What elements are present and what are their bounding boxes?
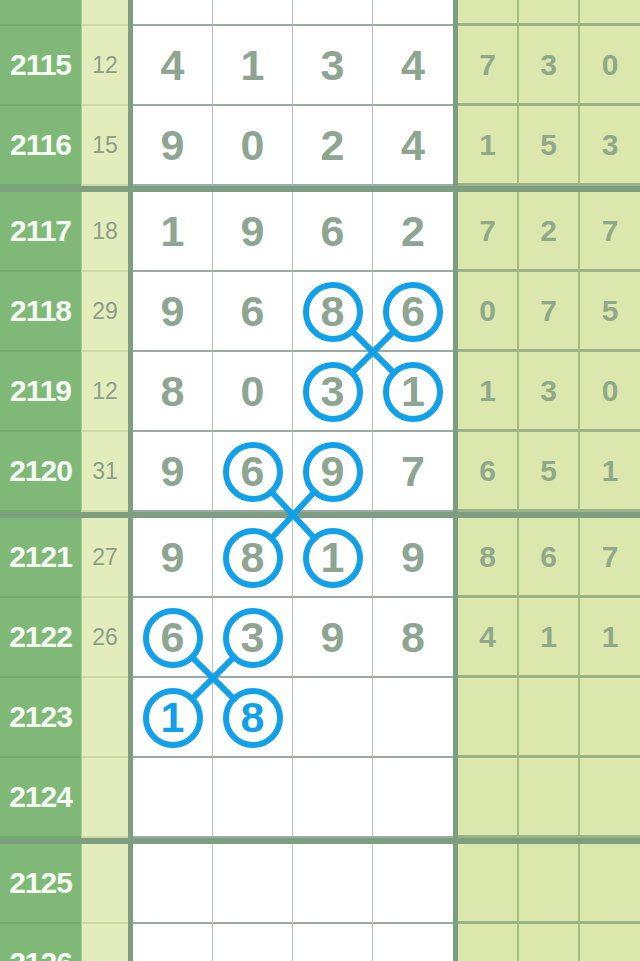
extra-digit-cell	[458, 924, 519, 961]
extra-digit-cell	[458, 0, 519, 26]
digit-cell: 1	[213, 26, 293, 106]
draw-label-cell: 2119	[0, 352, 81, 432]
sum-cell: 26	[81, 598, 128, 678]
group-separator	[0, 186, 640, 192]
digit-cell	[293, 0, 373, 26]
extra-digit-cell	[458, 844, 519, 924]
digit-cell	[213, 758, 293, 838]
extra-digit-cell: 6	[519, 518, 580, 598]
digit-cell	[213, 924, 293, 961]
digit-cell	[133, 844, 213, 924]
sum-cell: 18	[81, 192, 128, 272]
extra-digit-cell	[580, 844, 640, 924]
digit-cell	[293, 758, 373, 838]
extra-digit-cell: 1	[458, 106, 519, 186]
sum-cell: 27	[81, 518, 128, 598]
digit-cell: 2	[293, 106, 373, 186]
sum-cell: 15	[81, 106, 128, 186]
digit-cell	[293, 924, 373, 961]
extra-digit-cell: 7	[519, 272, 580, 352]
draw-label-cell: 2117	[0, 192, 81, 272]
extra-digit-cell: 5	[519, 106, 580, 186]
results-table: 2115124134730211615902415321171819627272…	[0, 0, 640, 961]
digit-cell: 9	[213, 192, 293, 272]
section-divider	[128, 0, 133, 961]
digit-cell: 6	[133, 598, 213, 678]
extra-digit-cell: 7	[580, 518, 640, 598]
digit-cell: 6	[213, 272, 293, 352]
extra-digit-cell: 0	[458, 272, 519, 352]
digit-cell	[373, 924, 453, 961]
sum-cell: 29	[81, 272, 128, 352]
extra-digit-cell	[580, 924, 640, 961]
extra-digit-cell	[519, 678, 580, 758]
digit-cell: 9	[133, 518, 213, 598]
extra-digit-cell	[519, 758, 580, 838]
digit-cell	[133, 0, 213, 26]
digit-cell: 7	[373, 432, 453, 512]
digit-cell: 8	[213, 678, 293, 758]
sum-cell	[81, 844, 128, 924]
group-separator	[0, 838, 640, 844]
digit-cell	[373, 844, 453, 924]
draw-label-cell: 2116	[0, 106, 81, 186]
extra-digit-cell	[458, 758, 519, 838]
digit-cell: 6	[293, 192, 373, 272]
digit-cell	[293, 678, 373, 758]
draw-label-cell: 2126	[0, 924, 81, 961]
digit-cell: 2	[373, 192, 453, 272]
digit-cell	[373, 758, 453, 838]
sum-cell	[81, 678, 128, 758]
sum-cell	[81, 0, 128, 26]
extra-digit-cell: 1	[458, 352, 519, 432]
extra-digit-cell	[519, 0, 580, 26]
extra-digit-cell	[458, 678, 519, 758]
digit-cell: 9	[373, 518, 453, 598]
lottery-results-screen: 2115124134730211615902415321171819627272…	[0, 0, 640, 961]
digit-cell	[133, 758, 213, 838]
digit-cell: 3	[213, 598, 293, 678]
digit-cell: 8	[213, 518, 293, 598]
digit-cell	[373, 0, 453, 26]
digit-cell: 0	[213, 352, 293, 432]
extra-digit-cell: 0	[580, 26, 640, 106]
digit-cell: 9	[293, 432, 373, 512]
sum-cell: 12	[81, 352, 128, 432]
section-divider	[453, 0, 458, 961]
digit-cell: 9	[133, 106, 213, 186]
digit-cell: 1	[373, 352, 453, 432]
extra-digit-cell: 3	[519, 352, 580, 432]
sum-cell	[81, 924, 128, 961]
digit-cell: 1	[293, 518, 373, 598]
extra-digit-cell: 7	[580, 192, 640, 272]
digit-cell	[133, 924, 213, 961]
extra-digit-cell: 1	[519, 598, 580, 678]
extra-digit-cell	[580, 0, 640, 26]
extra-digit-cell: 6	[458, 432, 519, 512]
digit-cell: 0	[213, 106, 293, 186]
digit-cell: 6	[213, 432, 293, 512]
extra-digit-cell	[519, 844, 580, 924]
digit-cell: 8	[133, 352, 213, 432]
extra-digit-cell	[580, 678, 640, 758]
digit-cell: 9	[133, 272, 213, 352]
extra-digit-cell: 7	[458, 26, 519, 106]
digit-cell: 3	[293, 352, 373, 432]
extra-digit-cell	[519, 924, 580, 961]
draw-label-cell: 2115	[0, 26, 81, 106]
digit-cell: 3	[293, 26, 373, 106]
draw-label-cell: 2122	[0, 598, 81, 678]
extra-digit-cell	[580, 758, 640, 838]
draw-label-cell: 2121	[0, 518, 81, 598]
extra-digit-cell: 4	[458, 598, 519, 678]
sum-cell: 12	[81, 26, 128, 106]
digit-cell: 1	[133, 192, 213, 272]
sum-cell: 31	[81, 432, 128, 512]
extra-digit-cell: 0	[580, 352, 640, 432]
digit-cell: 1	[133, 678, 213, 758]
extra-digit-cell: 5	[519, 432, 580, 512]
digit-cell	[213, 844, 293, 924]
digit-cell: 8	[293, 272, 373, 352]
digit-cell: 4	[373, 26, 453, 106]
extra-digit-cell: 7	[458, 192, 519, 272]
draw-label-cell: 2124	[0, 758, 81, 838]
extra-digit-cell: 1	[580, 598, 640, 678]
digit-cell	[293, 844, 373, 924]
digit-cell: 6	[373, 272, 453, 352]
extra-digit-cell: 2	[519, 192, 580, 272]
draw-label-cell: 2118	[0, 272, 81, 352]
digit-cell	[373, 678, 453, 758]
digit-cell: 4	[373, 106, 453, 186]
digit-cell: 9	[133, 432, 213, 512]
extra-digit-cell: 5	[580, 272, 640, 352]
extra-digit-cell: 3	[519, 26, 580, 106]
digit-cell: 8	[373, 598, 453, 678]
digit-cell: 9	[293, 598, 373, 678]
extra-digit-cell: 3	[580, 106, 640, 186]
draw-label-cell	[0, 0, 81, 26]
extra-digit-cell: 8	[458, 518, 519, 598]
digit-cell: 4	[133, 26, 213, 106]
draw-label-cell: 2123	[0, 678, 81, 758]
digit-cell	[213, 0, 293, 26]
extra-digit-cell: 1	[580, 432, 640, 512]
group-separator	[0, 512, 640, 518]
draw-label-cell: 2125	[0, 844, 81, 924]
sum-cell	[81, 758, 128, 838]
draw-label-cell: 2120	[0, 432, 81, 512]
